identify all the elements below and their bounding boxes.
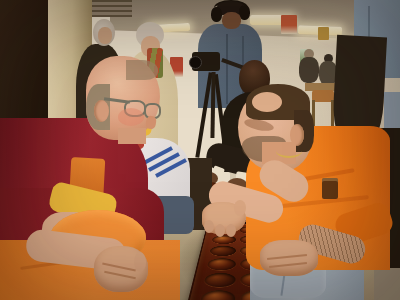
hair-temple (126, 60, 158, 80)
bald-crown (252, 92, 282, 112)
wall-poster (318, 27, 329, 40)
nose-shadow (145, 115, 157, 130)
finger (204, 220, 214, 233)
headphone-cup-icon (211, 7, 222, 22)
neck (118, 128, 146, 144)
right-player (195, 80, 400, 300)
ear (94, 100, 109, 122)
cheek-flush (118, 108, 144, 126)
neck-chain (276, 144, 302, 158)
face (222, 12, 241, 29)
finger (226, 224, 236, 237)
left-player (0, 0, 200, 300)
wall-poster (281, 15, 297, 34)
photo-oware-match (0, 0, 400, 300)
thumb (234, 200, 246, 216)
finger (215, 224, 225, 237)
chest-logo (322, 178, 338, 199)
